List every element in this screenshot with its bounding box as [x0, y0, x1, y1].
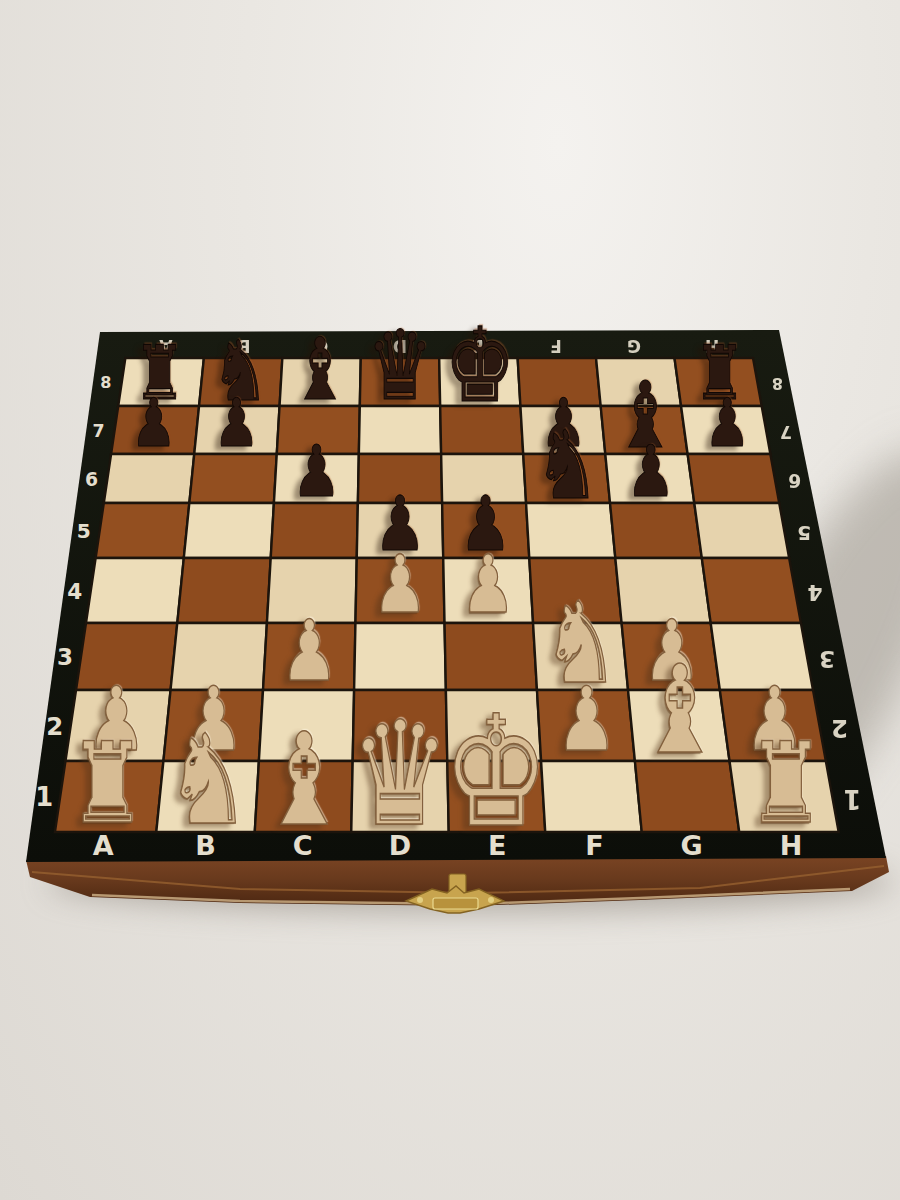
- black-pawn-glyph: ♟: [131, 391, 177, 458]
- rank-label-left-3: 3: [57, 644, 73, 670]
- chess-board: AABBCCDDEEFFGGHH8877665544332211: [0, 0, 900, 1200]
- piece-wN-b1[interactable]: ♞: [165, 741, 251, 837]
- rank-label-left-7: 7: [93, 421, 105, 441]
- black-pawn-glyph: ♟: [214, 391, 260, 458]
- rank-label-left-2: 2: [46, 712, 63, 741]
- white-rook-glyph: ♜: [747, 728, 824, 840]
- file-label-top-G: G: [627, 336, 641, 356]
- white-king-glyph: ♚: [443, 695, 549, 849]
- rank-label-right-2: 2: [831, 714, 848, 743]
- file-label-bottom-G: G: [681, 830, 703, 861]
- white-rook-glyph: ♜: [69, 728, 146, 840]
- piece-wP-d4[interactable]: ♟: [372, 561, 427, 623]
- piece-wB-g2[interactable]: ♝: [638, 672, 722, 766]
- file-label-bottom-F: F: [585, 830, 603, 861]
- black-king-glyph: ♚: [444, 314, 515, 417]
- square-b5[interactable]: [184, 503, 274, 558]
- piece-wR-h1[interactable]: ♜: [747, 749, 824, 835]
- white-knight-glyph: ♞: [165, 718, 251, 842]
- piece-wB-c1[interactable]: ♝: [260, 739, 348, 837]
- piece-bQ-d8[interactable]: ♛: [367, 337, 434, 411]
- piece-wP-c3[interactable]: ♟: [280, 625, 338, 690]
- piece-bP-g6[interactable]: ♟: [626, 449, 675, 504]
- rank-label-right-6: 6: [788, 470, 801, 491]
- square-h4[interactable]: [702, 558, 801, 623]
- white-bishop-glyph: ♝: [260, 716, 348, 844]
- white-queen-glyph: ♛: [350, 703, 449, 847]
- piece-wP-e4[interactable]: ♟: [460, 561, 515, 623]
- rank-label-right-7: 7: [780, 422, 792, 442]
- black-pawn-glyph: ♟: [704, 391, 750, 458]
- piece-bP-c6[interactable]: ♟: [292, 449, 341, 504]
- piece-bP-h7[interactable]: ♟: [704, 403, 750, 454]
- rank-label-right-1: 1: [843, 784, 861, 814]
- piece-bB-c8[interactable]: ♝: [291, 344, 350, 410]
- piece-wK-e1[interactable]: ♚: [443, 723, 549, 841]
- piece-wR-a1[interactable]: ♜: [69, 749, 146, 835]
- square-e3[interactable]: [445, 623, 537, 690]
- rank-label-left-1: 1: [35, 782, 53, 812]
- rank-label-left-4: 4: [67, 579, 82, 604]
- rank-label-right-4: 4: [807, 580, 822, 605]
- rank-label-right-8: 8: [772, 374, 783, 393]
- white-pawn-glyph: ♟: [460, 546, 515, 626]
- rank-label-left-8: 8: [100, 373, 111, 392]
- black-queen-glyph: ♛: [367, 319, 434, 416]
- square-f1[interactable]: [541, 761, 642, 832]
- black-knight-glyph: ♞: [534, 417, 599, 512]
- rank-label-left-6: 6: [85, 469, 98, 490]
- piece-bP-a7[interactable]: ♟: [131, 403, 177, 454]
- white-pawn-glyph: ♟: [556, 676, 617, 765]
- white-bishop-glyph: ♝: [638, 649, 722, 771]
- rank-label-right-5: 5: [797, 521, 811, 545]
- black-bishop-glyph: ♝: [291, 328, 350, 414]
- square-d3[interactable]: [354, 623, 446, 690]
- piece-bN-f6[interactable]: ♞: [534, 435, 599, 508]
- file-label-top-F: F: [550, 336, 562, 356]
- piece-bK-e8[interactable]: ♚: [444, 333, 515, 412]
- black-pawn-glyph: ♟: [626, 436, 675, 507]
- white-pawn-glyph: ♟: [280, 609, 338, 693]
- white-pawn-glyph: ♟: [372, 546, 427, 626]
- black-pawn-glyph: ♟: [292, 436, 341, 507]
- piece-wP-f2[interactable]: ♟: [556, 692, 617, 760]
- rank-label-right-3: 3: [819, 646, 835, 672]
- rank-label-left-5: 5: [77, 519, 91, 543]
- piece-bP-b7[interactable]: ♟: [214, 403, 260, 454]
- square-a5[interactable]: [96, 503, 190, 558]
- square-a4[interactable]: [86, 558, 184, 623]
- piece-wQ-d1[interactable]: ♛: [350, 729, 449, 840]
- square-b4[interactable]: [177, 558, 270, 623]
- square-h5[interactable]: [694, 503, 789, 558]
- photo-scene: AABBCCDDEEFFGGHH8877665544332211 ♜♞♝♛♚♜♟…: [0, 0, 900, 1200]
